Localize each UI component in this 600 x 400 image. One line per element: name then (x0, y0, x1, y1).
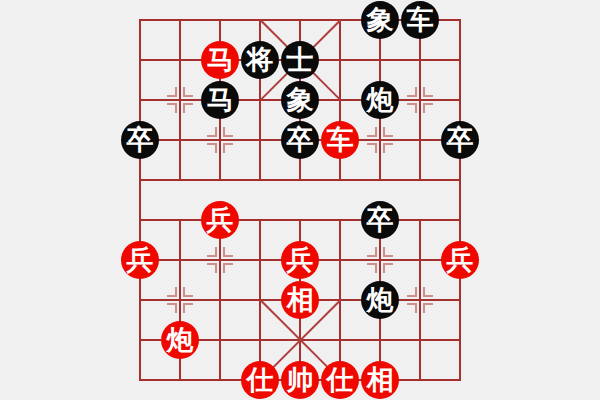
intersection[interactable] (160, 40, 200, 80)
intersection[interactable]: 帅 (280, 360, 320, 400)
intersection[interactable] (400, 360, 440, 400)
intersection[interactable] (200, 0, 240, 40)
intersection[interactable] (160, 360, 200, 400)
intersection[interactable] (200, 240, 240, 280)
intersection[interactable] (400, 280, 440, 320)
intersection[interactable] (160, 0, 200, 40)
intersection[interactable] (280, 320, 320, 360)
intersection[interactable] (400, 200, 440, 240)
intersection[interactable] (320, 40, 360, 80)
intersection[interactable] (120, 320, 160, 360)
piece-red-horse[interactable]: 马 (201, 41, 239, 79)
intersection[interactable] (160, 120, 200, 160)
intersection[interactable] (400, 120, 440, 160)
intersection[interactable] (120, 360, 160, 400)
intersection[interactable] (200, 160, 240, 200)
intersection[interactable] (320, 80, 360, 120)
piece-black-cannon[interactable]: 炮 (361, 281, 399, 319)
piece-red-cannon[interactable]: 炮 (161, 321, 199, 359)
piece-black-elephant[interactable]: 象 (361, 1, 399, 39)
intersection[interactable] (440, 360, 480, 400)
piece-red-advisor[interactable]: 仕 (321, 361, 359, 399)
intersection[interactable] (240, 280, 280, 320)
piece-red-soldier[interactable]: 兵 (441, 241, 479, 279)
intersection[interactable] (160, 200, 200, 240)
intersection[interactable] (240, 240, 280, 280)
piece-black-soldier[interactable]: 卒 (361, 201, 399, 239)
piece-black-advisor[interactable]: 士 (281, 41, 319, 79)
intersection[interactable]: 象 (280, 80, 320, 120)
intersection[interactable]: 炮 (360, 280, 400, 320)
piece-red-soldier[interactable]: 兵 (281, 241, 319, 279)
intersection[interactable] (440, 160, 480, 200)
intersection[interactable] (440, 80, 480, 120)
intersection[interactable] (400, 240, 440, 280)
intersection[interactable]: 炮 (360, 80, 400, 120)
piece-red-elephant[interactable]: 相 (281, 281, 319, 319)
intersection[interactable] (160, 280, 200, 320)
intersection[interactable] (400, 40, 440, 80)
intersection[interactable] (320, 0, 360, 40)
intersection[interactable]: 车 (400, 0, 440, 40)
intersection[interactable] (240, 200, 280, 240)
intersection[interactable]: 炮 (160, 320, 200, 360)
piece-red-advisor[interactable]: 仕 (241, 361, 279, 399)
intersection[interactable] (120, 40, 160, 80)
piece-black-soldier[interactable]: 卒 (441, 121, 479, 159)
piece-black-cannon[interactable]: 炮 (361, 81, 399, 119)
piece-red-soldier[interactable]: 兵 (121, 241, 159, 279)
intersection[interactable]: 相 (280, 280, 320, 320)
intersection[interactable] (160, 160, 200, 200)
piece-red-general[interactable]: 帅 (281, 361, 319, 399)
intersection[interactable] (200, 360, 240, 400)
intersection[interactable] (280, 160, 320, 200)
board-grid: 象车马将士马象炮卒卒车卒兵卒兵兵兵相炮炮仕帅仕相 (120, 0, 480, 400)
intersection[interactable] (400, 320, 440, 360)
intersection[interactable] (320, 240, 360, 280)
piece-black-soldier[interactable]: 卒 (121, 121, 159, 159)
piece-black-chariot[interactable]: 车 (401, 1, 439, 39)
intersection[interactable] (360, 120, 400, 160)
piece-red-chariot[interactable]: 车 (321, 121, 359, 159)
intersection[interactable] (120, 160, 160, 200)
piece-black-soldier[interactable]: 卒 (281, 121, 319, 159)
intersection[interactable] (440, 280, 480, 320)
intersection[interactable]: 卒 (120, 120, 160, 160)
intersection[interactable] (440, 0, 480, 40)
intersection[interactable] (120, 80, 160, 120)
intersection[interactable] (200, 280, 240, 320)
intersection[interactable] (280, 200, 320, 240)
intersection[interactable]: 相 (360, 360, 400, 400)
intersection[interactable]: 车 (320, 120, 360, 160)
intersection[interactable] (240, 120, 280, 160)
piece-black-elephant[interactable]: 象 (281, 81, 319, 119)
intersection[interactable] (440, 200, 480, 240)
piece-black-horse[interactable]: 马 (201, 81, 239, 119)
intersection[interactable] (240, 80, 280, 120)
intersection[interactable]: 兵 (200, 200, 240, 240)
intersection[interactable]: 卒 (280, 120, 320, 160)
piece-red-soldier[interactable]: 兵 (201, 201, 239, 239)
xiangqi-board: 象车马将士马象炮卒卒车卒兵卒兵兵兵相炮炮仕帅仕相 (0, 0, 600, 400)
intersection[interactable] (200, 120, 240, 160)
intersection[interactable] (120, 280, 160, 320)
intersection[interactable]: 兵 (440, 240, 480, 280)
intersection[interactable] (160, 240, 200, 280)
intersection[interactable] (320, 280, 360, 320)
intersection[interactable] (320, 160, 360, 200)
piece-red-elephant[interactable]: 相 (361, 361, 399, 399)
intersection[interactable] (440, 40, 480, 80)
intersection[interactable] (240, 160, 280, 200)
intersection[interactable]: 兵 (280, 240, 320, 280)
intersection[interactable] (360, 160, 400, 200)
intersection[interactable] (360, 40, 400, 80)
intersection[interactable]: 卒 (440, 120, 480, 160)
intersection[interactable]: 仕 (240, 360, 280, 400)
intersection[interactable] (240, 0, 280, 40)
intersection[interactable] (280, 0, 320, 40)
intersection[interactable] (120, 200, 160, 240)
intersection[interactable]: 兵 (120, 240, 160, 280)
intersection[interactable]: 仕 (320, 360, 360, 400)
intersection[interactable]: 将 (240, 40, 280, 80)
intersection[interactable] (360, 240, 400, 280)
intersection[interactable] (440, 320, 480, 360)
intersection[interactable]: 马 (200, 80, 240, 120)
intersection[interactable] (360, 320, 400, 360)
intersection[interactable]: 马 (200, 40, 240, 80)
intersection[interactable]: 卒 (360, 200, 400, 240)
intersection[interactable] (160, 80, 200, 120)
intersection[interactable] (120, 0, 160, 40)
intersection[interactable] (240, 320, 280, 360)
intersection[interactable] (320, 320, 360, 360)
piece-black-general[interactable]: 将 (241, 41, 279, 79)
intersection[interactable] (400, 80, 440, 120)
intersection[interactable] (200, 320, 240, 360)
intersection[interactable]: 士 (280, 40, 320, 80)
intersection[interactable] (320, 200, 360, 240)
intersection[interactable] (400, 160, 440, 200)
intersection[interactable]: 象 (360, 0, 400, 40)
